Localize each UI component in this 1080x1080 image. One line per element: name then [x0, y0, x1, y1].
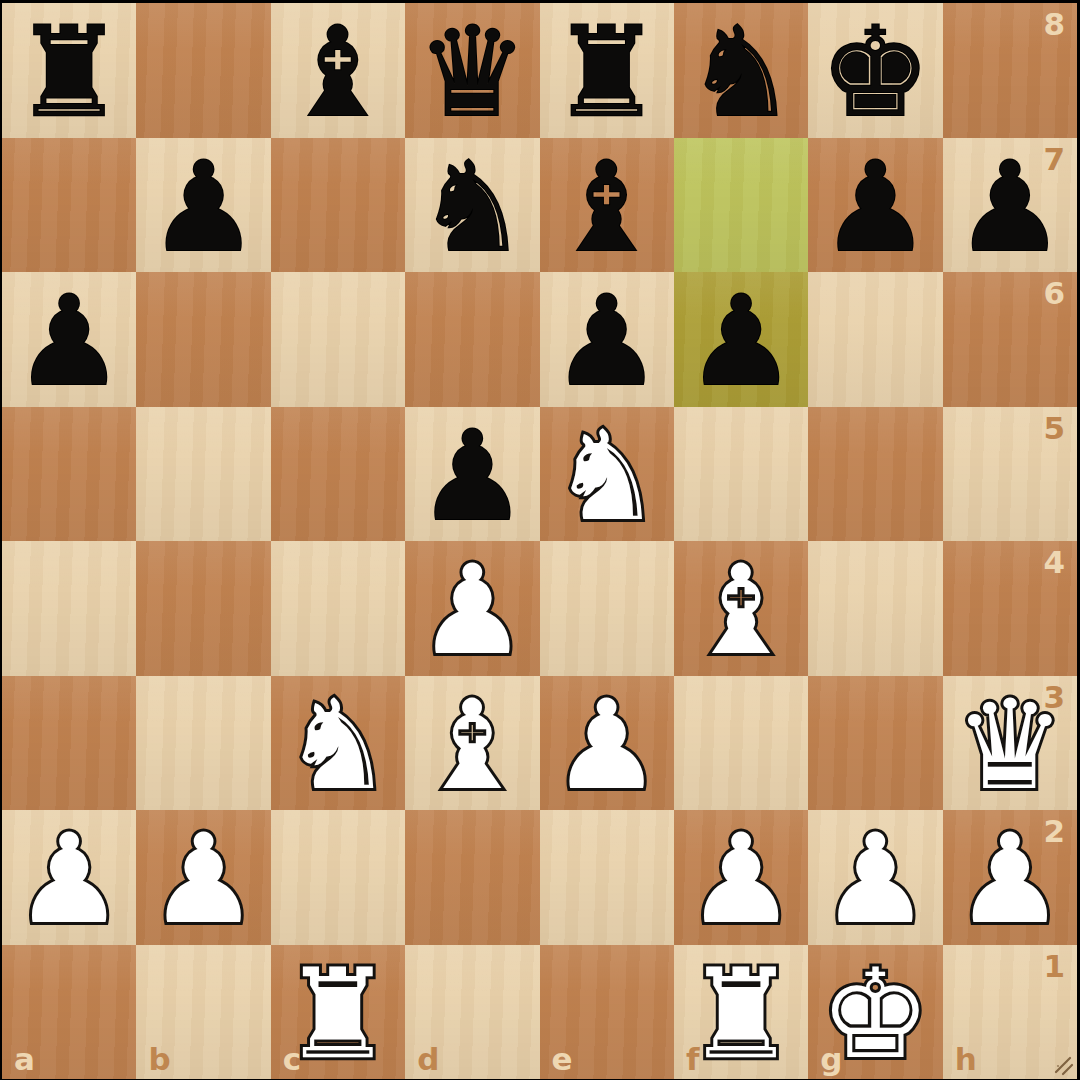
piece-white-pawn[interactable]: ♟ — [685, 817, 796, 941]
piece-white-bishop[interactable]: ♝ — [685, 548, 796, 672]
piece-white-knight[interactable]: ♞ — [282, 683, 393, 807]
piece-white-rook[interactable]: ♜ — [685, 952, 796, 1076]
file-label-a: a — [14, 1044, 35, 1075]
square-h5[interactable]: 5 — [943, 407, 1077, 542]
square-e8[interactable]: ♜ — [540, 3, 674, 138]
square-c6[interactable] — [271, 272, 405, 407]
square-h2[interactable]: 2♟ — [943, 810, 1077, 945]
piece-black-knight[interactable]: ♞ — [685, 10, 796, 134]
square-g7[interactable]: ♟ — [808, 138, 942, 273]
square-b2[interactable]: ♟ — [136, 810, 270, 945]
square-e3[interactable]: ♟ — [540, 676, 674, 811]
square-d8[interactable]: ♛ — [405, 3, 539, 138]
square-f2[interactable]: ♟ — [674, 810, 808, 945]
piece-black-knight[interactable]: ♞ — [417, 145, 528, 269]
square-b4[interactable] — [136, 541, 270, 676]
file-label-d: d — [417, 1044, 439, 1075]
piece-white-bishop[interactable]: ♝ — [417, 683, 528, 807]
square-h8[interactable]: 8 — [943, 3, 1077, 138]
board-resize-handle[interactable] — [1051, 1053, 1075, 1077]
file-label-e: e — [552, 1044, 573, 1075]
rank-label-4: 4 — [1043, 547, 1065, 578]
square-b7[interactable]: ♟ — [136, 138, 270, 273]
square-g6[interactable] — [808, 272, 942, 407]
rank-label-6: 6 — [1043, 278, 1065, 309]
piece-black-bishop[interactable]: ♝ — [551, 145, 662, 269]
square-b1[interactable]: b — [136, 945, 270, 1080]
square-f7[interactable] — [674, 138, 808, 273]
square-a7[interactable] — [2, 138, 136, 273]
piece-white-queen[interactable]: ♛ — [954, 683, 1065, 807]
square-a2[interactable]: ♟ — [2, 810, 136, 945]
square-h6[interactable]: 6 — [943, 272, 1077, 407]
square-e2[interactable] — [540, 810, 674, 945]
square-c8[interactable]: ♝ — [271, 3, 405, 138]
square-f3[interactable] — [674, 676, 808, 811]
square-e4[interactable] — [540, 541, 674, 676]
square-b5[interactable] — [136, 407, 270, 542]
square-h7[interactable]: 7♟ — [943, 138, 1077, 273]
square-h1[interactable]: 1h — [943, 945, 1077, 1080]
square-h4[interactable]: 4 — [943, 541, 1077, 676]
square-a4[interactable] — [2, 541, 136, 676]
square-c4[interactable] — [271, 541, 405, 676]
square-c5[interactable] — [271, 407, 405, 542]
piece-black-rook[interactable]: ♜ — [551, 10, 662, 134]
square-d1[interactable]: d — [405, 945, 539, 1080]
piece-white-rook[interactable]: ♜ — [282, 952, 393, 1076]
square-a6[interactable]: ♟ — [2, 272, 136, 407]
square-f4[interactable]: ♝ — [674, 541, 808, 676]
square-c2[interactable] — [271, 810, 405, 945]
square-e6[interactable]: ♟ — [540, 272, 674, 407]
square-a8[interactable]: ♜ — [2, 3, 136, 138]
square-a1[interactable]: a — [2, 945, 136, 1080]
piece-black-pawn[interactable]: ♟ — [417, 414, 528, 538]
board-frame: ♜♝♛♜♞♚8♟♞♝♟7♟♟♟♟6♟♞5♟♝4♞♝♟3♛♟♟♟♟2♟abc♜de… — [0, 0, 1080, 1080]
piece-white-pawn[interactable]: ♟ — [148, 817, 259, 941]
square-d5[interactable]: ♟ — [405, 407, 539, 542]
piece-black-bishop[interactable]: ♝ — [282, 10, 393, 134]
piece-black-rook[interactable]: ♜ — [14, 10, 125, 134]
piece-white-pawn[interactable]: ♟ — [417, 548, 528, 672]
square-e1[interactable]: e — [540, 945, 674, 1080]
piece-white-pawn[interactable]: ♟ — [954, 817, 1065, 941]
square-g4[interactable] — [808, 541, 942, 676]
square-c3[interactable]: ♞ — [271, 676, 405, 811]
piece-white-king[interactable]: ♚ — [820, 952, 931, 1076]
piece-black-pawn[interactable]: ♟ — [551, 279, 662, 403]
square-b8[interactable] — [136, 3, 270, 138]
square-b3[interactable] — [136, 676, 270, 811]
piece-white-pawn[interactable]: ♟ — [14, 817, 125, 941]
piece-black-pawn[interactable]: ♟ — [820, 145, 931, 269]
file-label-b: b — [148, 1044, 170, 1075]
piece-white-pawn[interactable]: ♟ — [551, 683, 662, 807]
square-d3[interactable]: ♝ — [405, 676, 539, 811]
square-f8[interactable]: ♞ — [674, 3, 808, 138]
square-b6[interactable] — [136, 272, 270, 407]
piece-black-pawn[interactable]: ♟ — [148, 145, 259, 269]
square-a3[interactable] — [2, 676, 136, 811]
square-e5[interactable]: ♞ — [540, 407, 674, 542]
square-g3[interactable] — [808, 676, 942, 811]
square-e7[interactable]: ♝ — [540, 138, 674, 273]
square-a5[interactable] — [2, 407, 136, 542]
piece-black-queen[interactable]: ♛ — [417, 10, 528, 134]
square-f6[interactable]: ♟ — [674, 272, 808, 407]
rank-label-8: 8 — [1043, 9, 1065, 40]
rank-label-5: 5 — [1043, 413, 1065, 444]
square-d2[interactable] — [405, 810, 539, 945]
piece-white-pawn[interactable]: ♟ — [820, 817, 931, 941]
square-d7[interactable]: ♞ — [405, 138, 539, 273]
chess-board: ♜♝♛♜♞♚8♟♞♝♟7♟♟♟♟6♟♞5♟♝4♞♝♟3♛♟♟♟♟2♟abc♜de… — [2, 3, 1077, 1079]
square-g2[interactable]: ♟ — [808, 810, 942, 945]
piece-black-pawn[interactable]: ♟ — [954, 145, 1065, 269]
square-f5[interactable] — [674, 407, 808, 542]
piece-white-knight[interactable]: ♞ — [551, 414, 662, 538]
square-d4[interactable]: ♟ — [405, 541, 539, 676]
square-f1[interactable]: f♜ — [674, 945, 808, 1080]
rank-label-1: 1 — [1043, 951, 1065, 982]
piece-black-king[interactable]: ♚ — [820, 10, 931, 134]
square-g8[interactable]: ♚ — [808, 3, 942, 138]
square-g1[interactable]: g♚ — [808, 945, 942, 1080]
square-c7[interactable] — [271, 138, 405, 273]
square-g5[interactable] — [808, 407, 942, 542]
piece-black-pawn[interactable]: ♟ — [685, 279, 796, 403]
square-d6[interactable] — [405, 272, 539, 407]
file-label-h: h — [955, 1044, 977, 1075]
square-h3[interactable]: 3♛ — [943, 676, 1077, 811]
piece-black-pawn[interactable]: ♟ — [14, 279, 125, 403]
square-c1[interactable]: c♜ — [271, 945, 405, 1080]
